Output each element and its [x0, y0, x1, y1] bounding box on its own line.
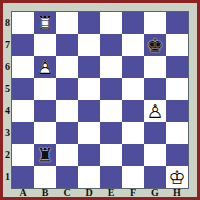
square-f6[interactable] [122, 56, 144, 78]
square-d5[interactable] [78, 78, 100, 100]
square-b7[interactable] [34, 34, 56, 56]
file-label-h: H [166, 188, 188, 197]
square-d1[interactable] [78, 166, 100, 188]
coordinate-frame: ♜♖♚♟♙♟♙♜♚♔ 87654321 ABCDEFGH [3, 3, 197, 197]
square-d8[interactable] [78, 12, 100, 34]
square-c8[interactable] [56, 12, 78, 34]
square-c1[interactable] [56, 166, 78, 188]
square-h4[interactable] [166, 100, 188, 122]
rank-label-8: 8 [3, 12, 12, 34]
square-a7[interactable] [12, 34, 34, 56]
square-b3[interactable] [34, 122, 56, 144]
square-f1[interactable] [122, 166, 144, 188]
square-d2[interactable] [78, 144, 100, 166]
square-d3[interactable] [78, 122, 100, 144]
square-e4[interactable] [100, 100, 122, 122]
square-g4[interactable]: ♟♙ [144, 100, 166, 122]
square-g7[interactable]: ♚ [144, 34, 166, 56]
square-a2[interactable] [12, 144, 34, 166]
file-label-e: E [100, 188, 122, 197]
square-h3[interactable] [166, 122, 188, 144]
square-d4[interactable] [78, 100, 100, 122]
rank-label-1: 1 [3, 166, 12, 188]
file-label-b: B [34, 188, 56, 197]
square-h8[interactable] [166, 12, 188, 34]
square-a5[interactable] [12, 78, 34, 100]
square-h1[interactable]: ♚♔ [166, 166, 188, 188]
square-c6[interactable] [56, 56, 78, 78]
white-pawn[interactable]: ♟♙ [144, 100, 166, 122]
square-b4[interactable] [34, 100, 56, 122]
white-rook[interactable]: ♜♖ [34, 12, 56, 34]
rank-label-7: 7 [3, 34, 12, 56]
white-pawn[interactable]: ♟♙ [34, 56, 56, 78]
pawn-outline-glyph: ♙ [144, 100, 166, 122]
square-a1[interactable] [12, 166, 34, 188]
square-e8[interactable] [100, 12, 122, 34]
square-b1[interactable] [34, 166, 56, 188]
black-rook[interactable]: ♜ [34, 144, 56, 166]
rank-label-3: 3 [3, 122, 12, 144]
white-king[interactable]: ♚♔ [166, 166, 188, 188]
rook-fill-glyph: ♜ [34, 144, 56, 166]
square-f5[interactable] [122, 78, 144, 100]
square-b5[interactable] [34, 78, 56, 100]
square-e2[interactable] [100, 144, 122, 166]
rank-label-2: 2 [3, 144, 12, 166]
file-label-f: F [122, 188, 144, 197]
square-f7[interactable] [122, 34, 144, 56]
square-h5[interactable] [166, 78, 188, 100]
square-d6[interactable] [78, 56, 100, 78]
square-g8[interactable] [144, 12, 166, 34]
square-f2[interactable] [122, 144, 144, 166]
file-label-d: D [78, 188, 100, 197]
rank-label-4: 4 [3, 100, 12, 122]
square-f8[interactable] [122, 12, 144, 34]
square-b8[interactable]: ♜♖ [34, 12, 56, 34]
square-e7[interactable] [100, 34, 122, 56]
square-c2[interactable] [56, 144, 78, 166]
square-g3[interactable] [144, 122, 166, 144]
square-d7[interactable] [78, 34, 100, 56]
square-a8[interactable] [12, 12, 34, 34]
chess-diagram: ♜♖♚♟♙♟♙♜♚♔ 87654321 ABCDEFGH [0, 0, 200, 200]
black-king[interactable]: ♚ [144, 34, 166, 56]
square-c4[interactable] [56, 100, 78, 122]
pawn-outline-glyph: ♙ [34, 56, 56, 78]
square-h2[interactable] [166, 144, 188, 166]
square-e6[interactable] [100, 56, 122, 78]
square-g1[interactable] [144, 166, 166, 188]
square-e1[interactable] [100, 166, 122, 188]
rank-label-5: 5 [3, 78, 12, 100]
square-f4[interactable] [122, 100, 144, 122]
square-g6[interactable] [144, 56, 166, 78]
square-f3[interactable] [122, 122, 144, 144]
king-outline-glyph: ♔ [166, 166, 188, 188]
square-a4[interactable] [12, 100, 34, 122]
square-g5[interactable] [144, 78, 166, 100]
file-label-g: G [144, 188, 166, 197]
square-a6[interactable] [12, 56, 34, 78]
square-e3[interactable] [100, 122, 122, 144]
square-b6[interactable]: ♟♙ [34, 56, 56, 78]
square-c7[interactable] [56, 34, 78, 56]
file-label-a: A [12, 188, 34, 197]
rook-outline-glyph: ♖ [34, 12, 56, 34]
chess-board: ♜♖♚♟♙♟♙♜♚♔ [12, 12, 188, 188]
square-c5[interactable] [56, 78, 78, 100]
square-e5[interactable] [100, 78, 122, 100]
file-label-c: C [56, 188, 78, 197]
square-a3[interactable] [12, 122, 34, 144]
king-fill-glyph: ♚ [144, 34, 166, 56]
square-c3[interactable] [56, 122, 78, 144]
square-h6[interactable] [166, 56, 188, 78]
rank-label-6: 6 [3, 56, 12, 78]
square-g2[interactable] [144, 144, 166, 166]
square-b2[interactable]: ♜ [34, 144, 56, 166]
square-h7[interactable] [166, 34, 188, 56]
